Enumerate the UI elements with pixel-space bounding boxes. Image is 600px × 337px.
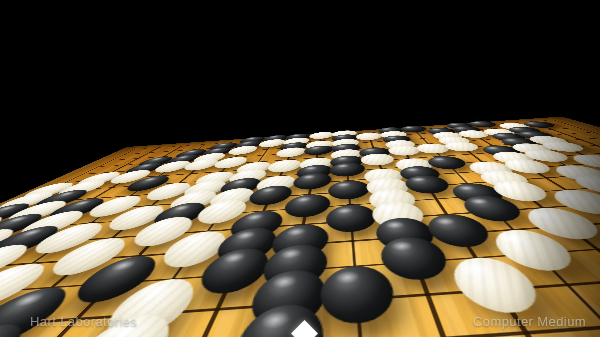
black-stone <box>401 174 454 195</box>
white-stone <box>360 153 397 167</box>
credit-left-label: Hart Laboratories <box>30 314 137 329</box>
game-viewport: Hart Laboratories Computer Medium <box>0 0 600 337</box>
board-scene <box>0 0 600 337</box>
go-board[interactable] <box>0 117 600 337</box>
white-stone <box>308 131 334 139</box>
black-stone <box>327 179 371 200</box>
black-stone <box>318 264 400 326</box>
credit-right-label: Computer Medium <box>473 314 586 329</box>
black-stone <box>325 204 379 234</box>
